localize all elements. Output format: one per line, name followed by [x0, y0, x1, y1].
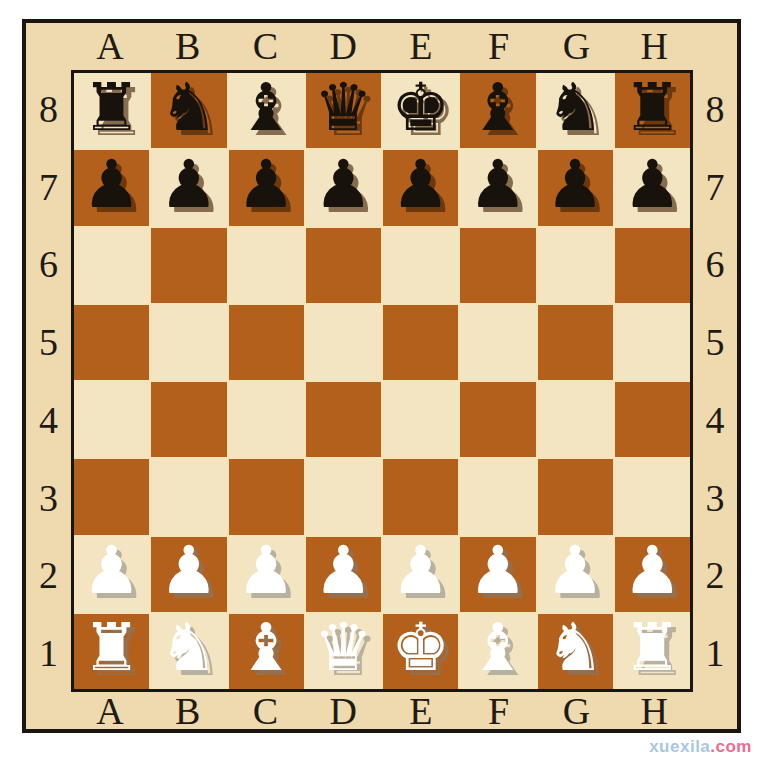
file-label-top-h: H: [615, 23, 693, 69]
square-h2: ♟: [615, 537, 690, 612]
watermark-tld: .com: [710, 737, 752, 756]
black-bishop-c8: ♝: [237, 75, 296, 141]
square-d6: [306, 228, 381, 303]
file-label-top-c: C: [227, 23, 305, 69]
square-c7: ♟: [229, 150, 304, 225]
square-a3: [74, 459, 149, 534]
rank-label-right-6: 6: [693, 226, 737, 304]
square-e8: ♚: [383, 73, 458, 148]
black-pawn-a7: ♟: [82, 152, 141, 218]
rank-labels-left: 87654321: [26, 70, 71, 692]
white-rook-h1: ♜: [623, 615, 682, 681]
square-f4: [460, 382, 535, 457]
square-g5: [538, 305, 613, 380]
white-pawn-b2: ♟: [159, 538, 218, 604]
square-e7: ♟: [383, 150, 458, 225]
white-rook-a1: ♜: [82, 615, 141, 681]
square-e1: ♚: [383, 614, 458, 689]
square-f8: ♝: [460, 73, 535, 148]
square-b6: [151, 228, 226, 303]
black-pawn-e7: ♟: [391, 152, 450, 218]
square-b5: [151, 305, 226, 380]
black-pawn-h7: ♟: [623, 152, 682, 218]
file-label-bottom-d: D: [304, 692, 382, 729]
white-pawn-a2: ♟: [82, 538, 141, 604]
square-g3: [538, 459, 613, 534]
white-pawn-g2: ♟: [546, 538, 605, 604]
square-c6: [229, 228, 304, 303]
black-rook-a8: ♜: [82, 75, 141, 141]
white-pawn-e2: ♟: [391, 538, 450, 604]
white-pawn-f2: ♟: [468, 538, 527, 604]
square-g8: ♞: [538, 73, 613, 148]
black-rook-h8: ♜: [623, 75, 682, 141]
square-b1: ♞: [151, 614, 226, 689]
square-h3: [615, 459, 690, 534]
black-queen-d8: ♛: [314, 75, 373, 141]
white-queen-d1: ♛: [314, 615, 373, 681]
black-bishop-f8: ♝: [468, 75, 527, 141]
square-h4: [615, 382, 690, 457]
rank-labels-right: 87654321: [693, 70, 737, 692]
chessboard-diagram: ABCDEFGH 87654321 ♜♞♝♛♚♝♞♜♟♟♟♟♟♟♟♟♟♟♟♟♟♟…: [0, 0, 760, 760]
square-c4: [229, 382, 304, 457]
square-f2: ♟: [460, 537, 535, 612]
square-c5: [229, 305, 304, 380]
square-d4: [306, 382, 381, 457]
file-label-bottom-g: G: [538, 692, 616, 729]
white-bishop-c1: ♝: [237, 615, 296, 681]
square-b4: [151, 382, 226, 457]
rank-label-left-1: 1: [26, 614, 71, 692]
square-e4: [383, 382, 458, 457]
file-label-top-e: E: [382, 23, 460, 69]
square-a8: ♜: [74, 73, 149, 148]
square-h5: [615, 305, 690, 380]
square-g7: ♟: [538, 150, 613, 225]
square-g1: ♞: [538, 614, 613, 689]
square-b2: ♟: [151, 537, 226, 612]
board-frame: ABCDEFGH 87654321 ♜♞♝♛♚♝♞♜♟♟♟♟♟♟♟♟♟♟♟♟♟♟…: [22, 19, 741, 733]
black-pawn-g7: ♟: [546, 152, 605, 218]
white-pawn-c2: ♟: [237, 538, 296, 604]
file-label-top-b: B: [149, 23, 227, 69]
square-f6: [460, 228, 535, 303]
white-pawn-h2: ♟: [623, 538, 682, 604]
chess-board: ♜♞♝♛♚♝♞♜♟♟♟♟♟♟♟♟♟♟♟♟♟♟♟♟♜♞♝♛♚♝♞♜: [71, 70, 693, 692]
square-d1: ♛: [306, 614, 381, 689]
file-label-top-d: D: [304, 23, 382, 69]
rank-label-right-7: 7: [693, 148, 737, 226]
white-knight-g1: ♞: [546, 615, 605, 681]
rank-label-left-4: 4: [26, 381, 71, 459]
rank-label-left-8: 8: [26, 70, 71, 148]
black-pawn-b7: ♟: [159, 152, 218, 218]
square-a2: ♟: [74, 537, 149, 612]
white-king-e1: ♚: [391, 615, 450, 681]
square-a4: [74, 382, 149, 457]
square-f1: ♝: [460, 614, 535, 689]
file-label-top-f: F: [460, 23, 538, 69]
black-king-e8: ♚: [391, 75, 450, 141]
square-h7: ♟: [615, 150, 690, 225]
black-pawn-d7: ♟: [314, 152, 373, 218]
white-pawn-d2: ♟: [314, 538, 373, 604]
square-e2: ♟: [383, 537, 458, 612]
black-pawn-f7: ♟: [468, 152, 527, 218]
square-d3: [306, 459, 381, 534]
square-g2: ♟: [538, 537, 613, 612]
square-c2: ♟: [229, 537, 304, 612]
file-label-bottom-e: E: [382, 692, 460, 729]
black-pawn-c7: ♟: [237, 152, 296, 218]
rank-label-left-3: 3: [26, 459, 71, 537]
square-e5: [383, 305, 458, 380]
watermark-site: xuexila: [649, 737, 710, 756]
square-h6: [615, 228, 690, 303]
square-d7: ♟: [306, 150, 381, 225]
rank-label-right-5: 5: [693, 303, 737, 381]
file-label-bottom-f: F: [460, 692, 538, 729]
rank-label-left-6: 6: [26, 226, 71, 304]
square-d8: ♛: [306, 73, 381, 148]
square-b3: [151, 459, 226, 534]
square-a7: ♟: [74, 150, 149, 225]
rank-label-left-2: 2: [26, 537, 71, 615]
square-a1: ♜: [74, 614, 149, 689]
square-c1: ♝: [229, 614, 304, 689]
square-e6: [383, 228, 458, 303]
rank-label-right-1: 1: [693, 614, 737, 692]
file-label-top-a: A: [71, 23, 149, 69]
file-label-top-g: G: [538, 23, 616, 69]
square-e3: [383, 459, 458, 534]
rank-label-left-5: 5: [26, 303, 71, 381]
file-label-bottom-b: B: [149, 692, 227, 729]
square-d5: [306, 305, 381, 380]
rank-label-right-3: 3: [693, 459, 737, 537]
square-g4: [538, 382, 613, 457]
file-label-bottom-c: C: [227, 692, 305, 729]
square-f5: [460, 305, 535, 380]
square-b8: ♞: [151, 73, 226, 148]
rank-label-right-2: 2: [693, 537, 737, 615]
file-label-bottom-a: A: [71, 692, 149, 729]
square-c8: ♝: [229, 73, 304, 148]
square-b7: ♟: [151, 150, 226, 225]
square-h8: ♜: [615, 73, 690, 148]
rank-label-right-4: 4: [693, 381, 737, 459]
watermark: xuexila.com: [649, 737, 752, 757]
square-f3: [460, 459, 535, 534]
rank-label-left-7: 7: [26, 148, 71, 226]
rank-label-right-8: 8: [693, 70, 737, 148]
white-knight-b1: ♞: [159, 615, 218, 681]
square-f7: ♟: [460, 150, 535, 225]
file-labels-top: ABCDEFGH: [71, 23, 693, 69]
square-c3: [229, 459, 304, 534]
white-bishop-f1: ♝: [468, 615, 527, 681]
square-a6: [74, 228, 149, 303]
file-label-bottom-h: H: [615, 692, 693, 729]
file-labels-bottom: ABCDEFGH: [71, 692, 693, 729]
black-knight-g8: ♞: [546, 75, 605, 141]
square-a5: [74, 305, 149, 380]
square-g6: [538, 228, 613, 303]
square-h1: ♜: [615, 614, 690, 689]
black-knight-b8: ♞: [159, 75, 218, 141]
square-d2: ♟: [306, 537, 381, 612]
